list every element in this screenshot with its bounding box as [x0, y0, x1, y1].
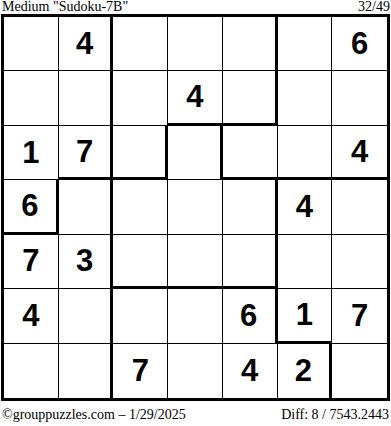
page-header: Medium "Sudoku-7B" 32/49 [0, 0, 391, 14]
cell-r6c6[interactable] [332, 344, 387, 398]
cell-r5c0: 4 [4, 289, 59, 343]
cell-r4c3[interactable] [168, 235, 223, 289]
cell-r2c1: 7 [59, 126, 114, 180]
copyright-text: ©grouppuzzles.com – 1/29/2025 [2, 407, 186, 423]
cell-r6c1[interactable] [59, 344, 114, 398]
cell-r4c0: 7 [4, 235, 59, 289]
cell-r1c6[interactable] [332, 71, 387, 125]
cell-r6c3[interactable] [168, 344, 223, 398]
cell-r5c6: 7 [332, 289, 387, 343]
cell-r6c5: 2 [278, 344, 333, 398]
cell-r4c1: 3 [59, 235, 114, 289]
cell-r4c2[interactable] [113, 235, 168, 289]
cell-r5c3[interactable] [168, 289, 223, 343]
cell-r0c5[interactable] [278, 17, 333, 71]
cell-r4c5[interactable] [278, 235, 333, 289]
cell-r2c6: 4 [332, 126, 387, 180]
cell-r5c5: 1 [278, 289, 333, 343]
cell-r2c4[interactable] [223, 126, 278, 180]
sudoku-board: 46417464734617742 [1, 14, 390, 401]
cell-r1c3: 4 [168, 71, 223, 125]
cell-r1c0[interactable] [4, 71, 59, 125]
cell-r6c0[interactable] [4, 344, 59, 398]
cell-r5c2[interactable] [113, 289, 168, 343]
cell-r1c5[interactable] [278, 71, 333, 125]
empty-cell-counter: 32/49 [358, 0, 390, 14]
puzzle-page: Medium "Sudoku-7B" 32/49 464174647346177… [0, 0, 391, 426]
cell-r5c1[interactable] [59, 289, 114, 343]
cell-r0c0[interactable] [4, 17, 59, 71]
cell-r3c5: 4 [278, 180, 333, 234]
cell-r3c2[interactable] [113, 180, 168, 234]
cell-r0c1: 4 [59, 17, 114, 71]
cell-r5c4: 6 [223, 289, 278, 343]
cell-r0c2[interactable] [113, 17, 168, 71]
cell-r2c2[interactable] [113, 126, 168, 180]
cell-r6c2: 7 [113, 344, 168, 398]
puzzle-title: Medium "Sudoku-7B" [2, 0, 128, 14]
cell-r3c6[interactable] [332, 180, 387, 234]
cell-r4c4[interactable] [223, 235, 278, 289]
cell-r1c2[interactable] [113, 71, 168, 125]
page-footer: ©grouppuzzles.com – 1/29/2025 Diff: 8 / … [0, 407, 391, 426]
cell-r6c4: 4 [223, 344, 278, 398]
cell-r4c6[interactable] [332, 235, 387, 289]
difficulty-text: Diff: 8 / 7543.2443 [281, 407, 389, 423]
cell-r0c4[interactable] [223, 17, 278, 71]
cell-r0c6: 6 [332, 17, 387, 71]
cell-r2c3[interactable] [168, 126, 223, 180]
cell-r1c4[interactable] [223, 71, 278, 125]
cell-r0c3[interactable] [168, 17, 223, 71]
cell-r3c1[interactable] [59, 180, 114, 234]
cell-r3c0: 6 [4, 180, 59, 234]
cell-r2c5[interactable] [278, 126, 333, 180]
cell-r3c4[interactable] [223, 180, 278, 234]
cell-r3c3[interactable] [168, 180, 223, 234]
cell-r2c0: 1 [4, 126, 59, 180]
cell-r1c1[interactable] [59, 71, 114, 125]
